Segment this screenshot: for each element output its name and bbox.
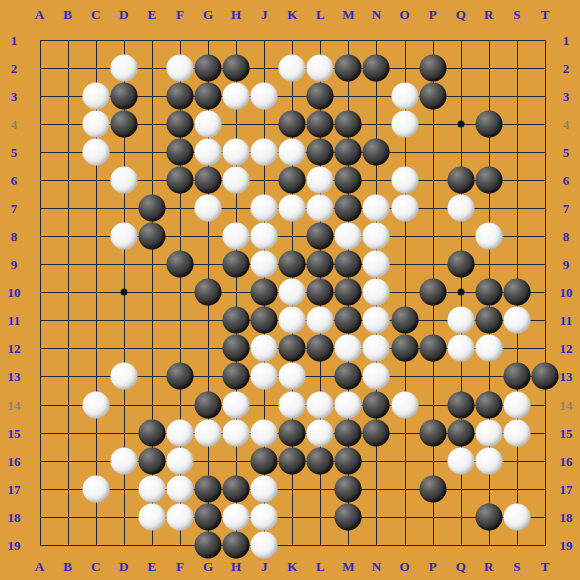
white-stone-O4[interactable] <box>391 110 418 137</box>
black-stone-M11[interactable] <box>335 307 362 334</box>
black-stone-E7[interactable] <box>138 194 165 221</box>
white-stone-K11[interactable] <box>279 307 306 334</box>
col-label-bottom-C: C <box>91 560 100 573</box>
black-stone-M10[interactable] <box>335 279 362 306</box>
white-stone-J8[interactable] <box>251 223 278 250</box>
white-stone-M14[interactable] <box>335 391 362 418</box>
black-stone-L10[interactable] <box>307 279 334 306</box>
black-stone-P17[interactable] <box>419 475 446 502</box>
col-label-top-O: O <box>400 8 410 21</box>
white-stone-O7[interactable] <box>391 194 418 221</box>
white-stone-C17[interactable] <box>82 475 109 502</box>
black-stone-N5[interactable] <box>363 138 390 165</box>
row-label-right-12: 12 <box>560 342 573 355</box>
black-stone-M2[interactable] <box>335 54 362 81</box>
black-stone-K15[interactable] <box>279 419 306 446</box>
black-stone-M13[interactable] <box>335 363 362 390</box>
star-point-D10 <box>120 289 127 296</box>
black-stone-K9[interactable] <box>279 251 306 278</box>
row-label-right-13: 13 <box>560 370 573 383</box>
grid-line-horizontal-17 <box>40 489 546 490</box>
col-label-top-G: G <box>203 8 213 21</box>
row-label-left-2: 2 <box>11 61 18 74</box>
black-stone-R10[interactable] <box>475 279 502 306</box>
black-stone-L8[interactable] <box>307 223 334 250</box>
white-stone-F2[interactable] <box>166 54 193 81</box>
row-label-left-9: 9 <box>11 258 18 271</box>
black-stone-M9[interactable] <box>335 251 362 278</box>
row-label-right-5: 5 <box>563 145 570 158</box>
white-stone-L14[interactable] <box>307 391 334 418</box>
white-stone-R12[interactable] <box>475 335 502 362</box>
white-stone-K7[interactable] <box>279 194 306 221</box>
col-label-top-R: R <box>484 8 493 21</box>
row-label-right-1: 1 <box>563 33 570 46</box>
col-label-bottom-R: R <box>484 560 493 573</box>
white-stone-C14[interactable] <box>82 391 109 418</box>
white-stone-J15[interactable] <box>251 419 278 446</box>
go-board[interactable]: AA11BB22CC33DD44EE55FF66GG77HH88JJ99KK10… <box>0 0 580 580</box>
black-stone-G17[interactable] <box>194 475 221 502</box>
white-stone-S18[interactable] <box>503 503 530 530</box>
black-stone-G14[interactable] <box>194 391 221 418</box>
white-stone-Q12[interactable] <box>447 335 474 362</box>
white-stone-H15[interactable] <box>223 419 250 446</box>
white-stone-N11[interactable] <box>363 307 390 334</box>
row-label-right-6: 6 <box>563 173 570 186</box>
white-stone-L6[interactable] <box>307 166 334 193</box>
black-stone-L16[interactable] <box>307 447 334 474</box>
black-stone-K4[interactable] <box>279 110 306 137</box>
black-stone-P15[interactable] <box>419 419 446 446</box>
black-stone-F6[interactable] <box>166 166 193 193</box>
row-label-left-10: 10 <box>8 286 21 299</box>
col-label-top-H: H <box>231 8 241 21</box>
black-stone-M7[interactable] <box>335 194 362 221</box>
black-stone-K6[interactable] <box>279 166 306 193</box>
black-stone-M18[interactable] <box>335 503 362 530</box>
row-label-left-12: 12 <box>8 342 21 355</box>
col-label-top-K: K <box>287 8 297 21</box>
black-stone-H11[interactable] <box>223 307 250 334</box>
white-stone-K13[interactable] <box>279 363 306 390</box>
black-stone-D3[interactable] <box>110 82 137 109</box>
col-label-bottom-P: P <box>429 560 437 573</box>
white-stone-D13[interactable] <box>110 363 137 390</box>
white-stone-J5[interactable] <box>251 138 278 165</box>
row-label-right-18: 18 <box>560 510 573 523</box>
white-stone-M8[interactable] <box>335 223 362 250</box>
white-stone-F18[interactable] <box>166 503 193 530</box>
col-label-top-Q: Q <box>456 8 466 21</box>
black-stone-K12[interactable] <box>279 335 306 362</box>
row-label-right-4: 4 <box>563 117 570 130</box>
black-stone-N2[interactable] <box>363 54 390 81</box>
col-label-top-D: D <box>119 8 128 21</box>
black-stone-L4[interactable] <box>307 110 334 137</box>
black-stone-R6[interactable] <box>475 166 502 193</box>
row-label-right-15: 15 <box>560 426 573 439</box>
star-point-Q4 <box>457 120 464 127</box>
black-stone-G19[interactable] <box>194 531 221 558</box>
col-label-top-N: N <box>372 8 381 21</box>
col-label-top-A: A <box>35 8 44 21</box>
black-stone-E8[interactable] <box>138 223 165 250</box>
white-stone-N7[interactable] <box>363 194 390 221</box>
white-stone-J7[interactable] <box>251 194 278 221</box>
white-stone-J9[interactable] <box>251 251 278 278</box>
col-label-top-E: E <box>147 8 156 21</box>
white-stone-N12[interactable] <box>363 335 390 362</box>
black-stone-G18[interactable] <box>194 503 221 530</box>
black-stone-G2[interactable] <box>194 54 221 81</box>
black-stone-H2[interactable] <box>223 54 250 81</box>
black-stone-S13[interactable] <box>503 363 530 390</box>
col-label-bottom-S: S <box>513 560 520 573</box>
white-stone-K2[interactable] <box>279 54 306 81</box>
black-stone-Q9[interactable] <box>447 251 474 278</box>
black-stone-M5[interactable] <box>335 138 362 165</box>
star-point-Q10 <box>457 289 464 296</box>
row-label-right-3: 3 <box>563 89 570 102</box>
col-label-bottom-M: M <box>342 560 354 573</box>
black-stone-Q6[interactable] <box>447 166 474 193</box>
row-label-right-8: 8 <box>563 230 570 243</box>
col-label-bottom-H: H <box>231 560 241 573</box>
black-stone-L5[interactable] <box>307 138 334 165</box>
black-stone-M4[interactable] <box>335 110 362 137</box>
black-stone-T13[interactable] <box>531 363 558 390</box>
col-label-bottom-Q: Q <box>456 560 466 573</box>
row-label-left-5: 5 <box>11 145 18 158</box>
white-stone-N9[interactable] <box>363 251 390 278</box>
col-label-bottom-F: F <box>176 560 184 573</box>
col-label-bottom-O: O <box>400 560 410 573</box>
black-stone-D4[interactable] <box>110 110 137 137</box>
row-label-right-17: 17 <box>560 482 573 495</box>
black-stone-O11[interactable] <box>391 307 418 334</box>
white-stone-O3[interactable] <box>391 82 418 109</box>
col-label-bottom-D: D <box>119 560 128 573</box>
white-stone-M12[interactable] <box>335 335 362 362</box>
black-stone-E15[interactable] <box>138 419 165 446</box>
white-stone-L11[interactable] <box>307 307 334 334</box>
white-stone-Q7[interactable] <box>447 194 474 221</box>
row-label-left-19: 19 <box>8 538 21 551</box>
white-stone-Q11[interactable] <box>447 307 474 334</box>
white-stone-H18[interactable] <box>223 503 250 530</box>
white-stone-K14[interactable] <box>279 391 306 418</box>
white-stone-E18[interactable] <box>138 503 165 530</box>
black-stone-P10[interactable] <box>419 279 446 306</box>
black-stone-G3[interactable] <box>194 82 221 109</box>
white-stone-D8[interactable] <box>110 223 137 250</box>
white-stone-R8[interactable] <box>475 223 502 250</box>
black-stone-F9[interactable] <box>166 251 193 278</box>
col-label-top-B: B <box>63 8 72 21</box>
grid-line-horizontal-18 <box>40 517 546 518</box>
white-stone-G4[interactable] <box>194 110 221 137</box>
grid-line-horizontal-19 <box>40 545 546 546</box>
white-stone-G15[interactable] <box>194 419 221 446</box>
row-label-right-14: 14 <box>560 398 573 411</box>
row-label-right-9: 9 <box>563 258 570 271</box>
white-stone-D2[interactable] <box>110 54 137 81</box>
row-label-left-8: 8 <box>11 230 18 243</box>
black-stone-G6[interactable] <box>194 166 221 193</box>
black-stone-M17[interactable] <box>335 475 362 502</box>
white-stone-F17[interactable] <box>166 475 193 502</box>
white-stone-J17[interactable] <box>251 475 278 502</box>
black-stone-F5[interactable] <box>166 138 193 165</box>
col-label-top-J: J <box>261 8 268 21</box>
white-stone-O6[interactable] <box>391 166 418 193</box>
row-label-left-3: 3 <box>11 89 18 102</box>
white-stone-H5[interactable] <box>223 138 250 165</box>
black-stone-M16[interactable] <box>335 447 362 474</box>
black-stone-P3[interactable] <box>419 82 446 109</box>
row-label-left-11: 11 <box>8 314 20 327</box>
black-stone-N15[interactable] <box>363 419 390 446</box>
white-stone-H14[interactable] <box>223 391 250 418</box>
row-label-left-4: 4 <box>11 117 18 130</box>
white-stone-H6[interactable] <box>223 166 250 193</box>
col-label-bottom-T: T <box>541 560 550 573</box>
white-stone-N13[interactable] <box>363 363 390 390</box>
black-stone-Q15[interactable] <box>447 419 474 446</box>
white-stone-J3[interactable] <box>251 82 278 109</box>
row-label-right-10: 10 <box>560 286 573 299</box>
col-label-top-M: M <box>342 8 354 21</box>
black-stone-L9[interactable] <box>307 251 334 278</box>
white-stone-N8[interactable] <box>363 223 390 250</box>
row-label-right-16: 16 <box>560 454 573 467</box>
col-label-bottom-L: L <box>316 560 325 573</box>
white-stone-J12[interactable] <box>251 335 278 362</box>
black-stone-H9[interactable] <box>223 251 250 278</box>
white-stone-J18[interactable] <box>251 503 278 530</box>
white-stone-N10[interactable] <box>363 279 390 306</box>
white-stone-Q16[interactable] <box>447 447 474 474</box>
col-label-top-P: P <box>429 8 437 21</box>
black-stone-H19[interactable] <box>223 531 250 558</box>
row-label-left-13: 13 <box>8 370 21 383</box>
white-stone-C4[interactable] <box>82 110 109 137</box>
row-label-left-16: 16 <box>8 454 21 467</box>
white-stone-G5[interactable] <box>194 138 221 165</box>
black-stone-S10[interactable] <box>503 279 530 306</box>
black-stone-F3[interactable] <box>166 82 193 109</box>
col-label-top-T: T <box>541 8 550 21</box>
black-stone-E16[interactable] <box>138 447 165 474</box>
col-label-bottom-K: K <box>287 560 297 573</box>
black-stone-N14[interactable] <box>363 391 390 418</box>
black-stone-M15[interactable] <box>335 419 362 446</box>
white-stone-S11[interactable] <box>503 307 530 334</box>
col-label-bottom-N: N <box>372 560 381 573</box>
col-label-bottom-E: E <box>147 560 156 573</box>
black-stone-K16[interactable] <box>279 447 306 474</box>
row-label-left-14: 14 <box>8 398 21 411</box>
white-stone-O14[interactable] <box>391 391 418 418</box>
col-label-bottom-B: B <box>63 560 72 573</box>
white-stone-S15[interactable] <box>503 419 530 446</box>
black-stone-R4[interactable] <box>475 110 502 137</box>
col-label-bottom-A: A <box>35 560 44 573</box>
col-label-top-F: F <box>176 8 184 21</box>
black-stone-H13[interactable] <box>223 363 250 390</box>
col-label-bottom-G: G <box>203 560 213 573</box>
white-stone-J13[interactable] <box>251 363 278 390</box>
row-label-left-7: 7 <box>11 201 18 214</box>
black-stone-L12[interactable] <box>307 335 334 362</box>
row-label-right-2: 2 <box>563 61 570 74</box>
black-stone-H17[interactable] <box>223 475 250 502</box>
white-stone-C5[interactable] <box>82 138 109 165</box>
row-label-left-15: 15 <box>8 426 21 439</box>
white-stone-F15[interactable] <box>166 419 193 446</box>
row-label-right-7: 7 <box>563 201 570 214</box>
col-label-top-L: L <box>316 8 325 21</box>
black-stone-J10[interactable] <box>251 279 278 306</box>
row-label-left-18: 18 <box>8 510 21 523</box>
black-stone-H12[interactable] <box>223 335 250 362</box>
white-stone-C3[interactable] <box>82 82 109 109</box>
row-label-right-11: 11 <box>560 314 572 327</box>
black-stone-J16[interactable] <box>251 447 278 474</box>
row-label-left-6: 6 <box>11 173 18 186</box>
white-stone-S14[interactable] <box>503 391 530 418</box>
black-stone-F4[interactable] <box>166 110 193 137</box>
black-stone-R18[interactable] <box>475 503 502 530</box>
white-stone-K10[interactable] <box>279 279 306 306</box>
grid-line-vertical-T <box>545 40 546 546</box>
row-label-left-1: 1 <box>11 33 18 46</box>
black-stone-Q14[interactable] <box>447 391 474 418</box>
black-stone-L3[interactable] <box>307 82 334 109</box>
white-stone-J19[interactable] <box>251 531 278 558</box>
white-stone-K5[interactable] <box>279 138 306 165</box>
white-stone-L15[interactable] <box>307 419 334 446</box>
col-label-bottom-J: J <box>261 560 268 573</box>
col-label-top-C: C <box>91 8 100 21</box>
black-stone-J11[interactable] <box>251 307 278 334</box>
white-stone-D16[interactable] <box>110 447 137 474</box>
col-label-top-S: S <box>513 8 520 21</box>
white-stone-R15[interactable] <box>475 419 502 446</box>
row-label-right-19: 19 <box>560 538 573 551</box>
white-stone-E17[interactable] <box>138 475 165 502</box>
white-stone-R16[interactable] <box>475 447 502 474</box>
black-stone-F13[interactable] <box>166 363 193 390</box>
white-stone-L7[interactable] <box>307 194 334 221</box>
black-stone-G10[interactable] <box>194 279 221 306</box>
white-stone-H3[interactable] <box>223 82 250 109</box>
black-stone-P12[interactable] <box>419 335 446 362</box>
black-stone-O12[interactable] <box>391 335 418 362</box>
white-stone-H8[interactable] <box>223 223 250 250</box>
black-stone-R11[interactable] <box>475 307 502 334</box>
black-stone-R14[interactable] <box>475 391 502 418</box>
black-stone-P2[interactable] <box>419 54 446 81</box>
white-stone-F16[interactable] <box>166 447 193 474</box>
row-label-left-17: 17 <box>8 482 21 495</box>
white-stone-D6[interactable] <box>110 166 137 193</box>
black-stone-M6[interactable] <box>335 166 362 193</box>
white-stone-L2[interactable] <box>307 54 334 81</box>
white-stone-G7[interactable] <box>194 194 221 221</box>
